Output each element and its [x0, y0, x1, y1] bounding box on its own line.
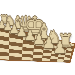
board-square	[63, 60, 69, 62]
piece-white-knight: ♞	[5, 15, 16, 28]
chess-set-photo[interactable]: ♜♞♝♛♚♝♞♜♟♟♟♟♟♟♟♟	[0, 0, 75, 75]
piece-white-rook: ♜	[0, 14, 9, 25]
chess-board	[0, 25, 74, 62]
board-square	[0, 55, 9, 59]
board-square	[22, 57, 33, 61]
board-square	[9, 56, 22, 60]
